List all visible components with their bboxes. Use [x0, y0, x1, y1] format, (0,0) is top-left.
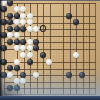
photo-edge-top: [0, 0, 100, 1]
photo-edge-left: [0, 0, 3, 100]
photo-edge-bottom: [0, 96, 100, 100]
go-board-photo: [0, 0, 100, 100]
